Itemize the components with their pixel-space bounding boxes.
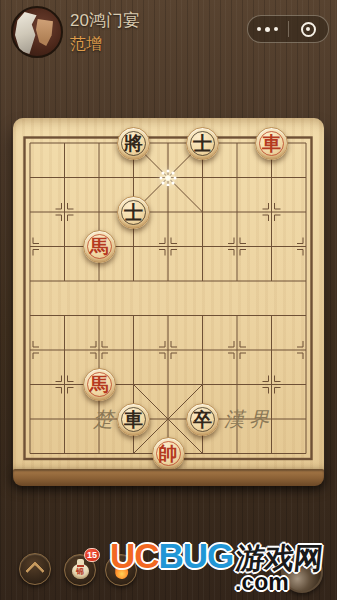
- watermark-bug: BUG: [159, 538, 234, 573]
- last-move-sparkle: [159, 169, 177, 187]
- target-circle-icon: [301, 22, 316, 37]
- avatar-hair: [15, 12, 39, 54]
- piece-glyph: 將: [124, 134, 143, 153]
- flame-icon: [114, 561, 129, 579]
- level-title: 20鸿门宴: [70, 10, 140, 31]
- bag-count-badge: 15: [84, 548, 100, 562]
- chevron-up-icon: [25, 561, 45, 581]
- piece-glyph: 卒: [193, 410, 212, 429]
- more-icon: [265, 27, 270, 32]
- piece-red-馬[interactable]: 馬: [83, 368, 116, 401]
- piece-red-馬[interactable]: 馬: [83, 230, 116, 263]
- level-subtitle: 范增: [70, 34, 140, 54]
- piece-black-將[interactable]: 將: [117, 127, 150, 160]
- more-button[interactable]: [248, 16, 288, 42]
- avatar: [11, 6, 63, 58]
- wechat-capsule: [247, 15, 329, 43]
- piece-glyph: 士: [124, 203, 143, 222]
- piece-black-士[interactable]: 士: [117, 196, 150, 229]
- piece-glyph: 馬: [90, 375, 109, 394]
- collapse-button[interactable]: [19, 553, 51, 585]
- piece-black-車[interactable]: 車: [117, 403, 150, 436]
- piece-glyph: 帥: [159, 444, 178, 463]
- flame-button[interactable]: [105, 554, 137, 586]
- app-screen: 20鸿门宴 范增 楚河 漢界 將士車士馬馬車卒帥 锦 15: [0, 0, 337, 600]
- piece-glyph: 馬: [90, 237, 109, 256]
- piece-glyph: 士: [193, 134, 212, 153]
- piece-glyph: 車: [262, 134, 281, 153]
- piece-red-帥[interactable]: 帥: [152, 437, 185, 470]
- piece-black-卒[interactable]: 卒: [186, 403, 219, 436]
- piece-black-士[interactable]: 士: [186, 127, 219, 160]
- avatar-face: [36, 19, 53, 46]
- board-surface[interactable]: 楚河 漢界 將士車士馬馬車卒帥: [13, 118, 324, 471]
- exit-button[interactable]: [289, 16, 329, 42]
- piece-red-車[interactable]: 車: [255, 127, 288, 160]
- xiangqi-board[interactable]: 楚河 漢界 將士車士馬馬車卒帥: [13, 118, 324, 488]
- more-icon: [274, 27, 278, 31]
- sphere-button[interactable]: [281, 551, 323, 593]
- piece-glyph: 車: [124, 410, 143, 429]
- brocade-bag-icon: 锦: [72, 564, 89, 579]
- river-label-right: 漢界: [224, 406, 274, 433]
- board-edge: [13, 469, 324, 486]
- more-icon: [257, 27, 261, 31]
